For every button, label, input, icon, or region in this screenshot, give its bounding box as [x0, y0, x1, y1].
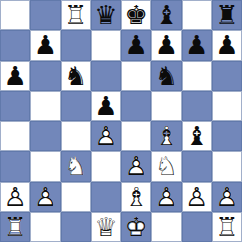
square-e6[interactable]: [121, 61, 151, 91]
square-h5[interactable]: [212, 91, 242, 121]
square-g5[interactable]: [182, 91, 212, 121]
piece-black-king-e8[interactable]: ♚: [121, 0, 151, 30]
square-h7[interactable]: ♟: [212, 30, 242, 60]
square-a4[interactable]: [0, 121, 30, 151]
square-g3[interactable]: [182, 151, 212, 181]
square-a2[interactable]: ♟♙: [0, 182, 30, 212]
square-a6[interactable]: ♟: [0, 61, 30, 91]
square-e4[interactable]: [121, 121, 151, 151]
square-c1[interactable]: [61, 212, 91, 242]
square-g1[interactable]: [182, 212, 212, 242]
square-d4[interactable]: ♟♙: [91, 121, 121, 151]
piece-black-pawn-a6[interactable]: ♟: [0, 61, 30, 91]
piece-white-rook-c8[interactable]: ♜♖: [61, 0, 91, 30]
piece-white-bishop-e2[interactable]: ♝♗: [121, 182, 151, 212]
square-b2[interactable]: ♟♙: [30, 182, 60, 212]
square-g4[interactable]: ♝: [182, 121, 212, 151]
piece-black-knight-f6[interactable]: ♞: [151, 61, 181, 91]
square-e8[interactable]: ♚: [121, 0, 151, 30]
piece-black-pawn-g7[interactable]: ♟: [182, 30, 212, 60]
piece-black-pawn-d5[interactable]: ♟: [91, 91, 121, 121]
piece-black-pawn-e7[interactable]: ♟: [121, 30, 151, 60]
square-h8[interactable]: ♜: [212, 0, 242, 30]
piece-white-pawn-f2[interactable]: ♟♙: [151, 182, 181, 212]
piece-black-pawn-f7[interactable]: ♟: [151, 30, 181, 60]
piece-white-pawn-d4[interactable]: ♟♙: [91, 121, 121, 151]
square-b6[interactable]: [30, 61, 60, 91]
square-c4[interactable]: [61, 121, 91, 151]
square-b4[interactable]: [30, 121, 60, 151]
piece-white-pawn-h2[interactable]: ♟♙: [212, 182, 242, 212]
piece-black-pawn-b7[interactable]: ♟: [30, 30, 60, 60]
square-d7[interactable]: [91, 30, 121, 60]
square-h1[interactable]: ♜♖: [212, 212, 242, 242]
square-f3[interactable]: ♞♘: [151, 151, 181, 181]
square-h3[interactable]: [212, 151, 242, 181]
piece-black-pawn-h7[interactable]: ♟: [212, 30, 242, 60]
piece-black-rook-h8[interactable]: ♜: [212, 0, 242, 30]
piece-white-bishop-f4[interactable]: ♝♗: [151, 121, 181, 151]
square-g2[interactable]: ♟♙: [182, 182, 212, 212]
square-c8[interactable]: ♜♖: [61, 0, 91, 30]
piece-white-king-e1[interactable]: ♚♔: [121, 212, 151, 242]
piece-white-pawn-a2[interactable]: ♟♙: [0, 182, 30, 212]
square-g6[interactable]: [182, 61, 212, 91]
square-e5[interactable]: [121, 91, 151, 121]
square-d8[interactable]: ♛: [91, 0, 121, 30]
square-d5[interactable]: ♟: [91, 91, 121, 121]
square-a7[interactable]: [0, 30, 30, 60]
piece-black-queen-d8[interactable]: ♛: [91, 0, 121, 30]
square-c5[interactable]: [61, 91, 91, 121]
square-f7[interactable]: ♟: [151, 30, 181, 60]
square-f2[interactable]: ♟♙: [151, 182, 181, 212]
square-e7[interactable]: ♟: [121, 30, 151, 60]
piece-white-knight-f3[interactable]: ♞♘: [151, 151, 181, 181]
square-e2[interactable]: ♝♗: [121, 182, 151, 212]
square-b8[interactable]: [30, 0, 60, 30]
square-d3[interactable]: [91, 151, 121, 181]
square-f6[interactable]: ♞: [151, 61, 181, 91]
square-f1[interactable]: [151, 212, 181, 242]
square-g8[interactable]: [182, 0, 212, 30]
square-h2[interactable]: ♟♙: [212, 182, 242, 212]
square-c7[interactable]: [61, 30, 91, 60]
piece-white-queen-d1[interactable]: ♛♕: [91, 212, 121, 242]
square-a3[interactable]: [0, 151, 30, 181]
square-b3[interactable]: [30, 151, 60, 181]
square-a8[interactable]: [0, 0, 30, 30]
square-a5[interactable]: [0, 91, 30, 121]
piece-white-pawn-g2[interactable]: ♟♙: [182, 182, 212, 212]
chess-board: ♜♖♛♚♝♜♟♟♟♟♟♟♞♞♟♟♙♝♗♝♞♘♟♙♞♘♟♙♟♙♝♗♟♙♟♙♟♙♜♖…: [0, 0, 242, 242]
square-b1[interactable]: [30, 212, 60, 242]
piece-black-bishop-f8[interactable]: ♝: [151, 0, 181, 30]
square-c2[interactable]: [61, 182, 91, 212]
piece-white-rook-a1[interactable]: ♜♖: [0, 212, 30, 242]
square-a1[interactable]: ♜♖: [0, 212, 30, 242]
piece-black-knight-c6[interactable]: ♞: [61, 61, 91, 91]
square-f8[interactable]: ♝: [151, 0, 181, 30]
square-f4[interactable]: ♝♗: [151, 121, 181, 151]
piece-black-bishop-g4[interactable]: ♝: [182, 121, 212, 151]
square-g7[interactable]: ♟: [182, 30, 212, 60]
piece-white-pawn-e3[interactable]: ♟♙: [121, 151, 151, 181]
square-d6[interactable]: [91, 61, 121, 91]
piece-white-knight-c3[interactable]: ♞♘: [61, 151, 91, 181]
square-d1[interactable]: ♛♕: [91, 212, 121, 242]
square-c6[interactable]: ♞: [61, 61, 91, 91]
square-e1[interactable]: ♚♔: [121, 212, 151, 242]
square-e3[interactable]: ♟♙: [121, 151, 151, 181]
square-b7[interactable]: ♟: [30, 30, 60, 60]
square-c3[interactable]: ♞♘: [61, 151, 91, 181]
piece-white-rook-h1[interactable]: ♜♖: [212, 212, 242, 242]
piece-white-pawn-b2[interactable]: ♟♙: [30, 182, 60, 212]
square-h6[interactable]: [212, 61, 242, 91]
square-h4[interactable]: [212, 121, 242, 151]
square-f5[interactable]: [151, 91, 181, 121]
square-b5[interactable]: [30, 91, 60, 121]
square-d2[interactable]: [91, 182, 121, 212]
